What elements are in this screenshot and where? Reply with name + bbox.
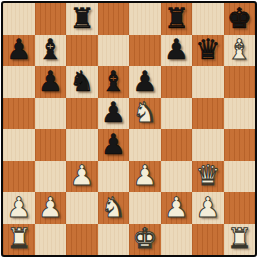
square-f8[interactable]: ♜ bbox=[161, 3, 193, 35]
square-f1[interactable] bbox=[161, 224, 193, 256]
square-b7[interactable]: ♝ bbox=[35, 35, 67, 67]
square-h7[interactable]: ♝ bbox=[224, 35, 256, 67]
chessboard: ♜♜♚♟♝♟♛♝♟♞♝♟♟♞♟♟♟♛♟♟♞♟♟♜♚♜ bbox=[3, 3, 255, 255]
square-c8[interactable]: ♜ bbox=[66, 3, 98, 35]
square-b3[interactable] bbox=[35, 161, 67, 193]
piece-black-bishop[interactable]: ♝ bbox=[35, 35, 67, 67]
square-c4[interactable] bbox=[66, 129, 98, 161]
square-d6[interactable]: ♝ bbox=[98, 66, 130, 98]
piece-white-pawn[interactable]: ♟ bbox=[3, 192, 35, 224]
piece-white-pawn[interactable]: ♟ bbox=[161, 192, 193, 224]
piece-white-pawn[interactable]: ♟ bbox=[66, 161, 98, 193]
square-c2[interactable] bbox=[66, 192, 98, 224]
square-e4[interactable] bbox=[129, 129, 161, 161]
piece-white-queen[interactable]: ♛ bbox=[192, 161, 224, 193]
square-h1[interactable]: ♜ bbox=[224, 224, 256, 256]
piece-black-king[interactable]: ♚ bbox=[224, 3, 256, 35]
square-e5[interactable]: ♞ bbox=[129, 98, 161, 130]
square-a8[interactable] bbox=[3, 3, 35, 35]
square-b6[interactable]: ♟ bbox=[35, 66, 67, 98]
piece-white-rook[interactable]: ♜ bbox=[224, 224, 256, 256]
square-b1[interactable] bbox=[35, 224, 67, 256]
square-g1[interactable] bbox=[192, 224, 224, 256]
piece-white-knight[interactable]: ♞ bbox=[98, 192, 130, 224]
square-e6[interactable]: ♟ bbox=[129, 66, 161, 98]
square-a3[interactable] bbox=[3, 161, 35, 193]
square-g4[interactable] bbox=[192, 129, 224, 161]
square-c1[interactable] bbox=[66, 224, 98, 256]
square-f6[interactable] bbox=[161, 66, 193, 98]
board-frame: ♜♜♚♟♝♟♛♝♟♞♝♟♟♞♟♟♟♛♟♟♞♟♟♜♚♜ bbox=[1, 1, 257, 257]
square-e3[interactable]: ♟ bbox=[129, 161, 161, 193]
square-c7[interactable] bbox=[66, 35, 98, 67]
square-c3[interactable]: ♟ bbox=[66, 161, 98, 193]
square-g5[interactable] bbox=[192, 98, 224, 130]
piece-black-pawn[interactable]: ♟ bbox=[129, 66, 161, 98]
square-a5[interactable] bbox=[3, 98, 35, 130]
square-b4[interactable] bbox=[35, 129, 67, 161]
square-e2[interactable] bbox=[129, 192, 161, 224]
piece-white-rook[interactable]: ♜ bbox=[3, 224, 35, 256]
square-g3[interactable]: ♛ bbox=[192, 161, 224, 193]
square-h5[interactable] bbox=[224, 98, 256, 130]
piece-black-pawn[interactable]: ♟ bbox=[98, 129, 130, 161]
square-d7[interactable] bbox=[98, 35, 130, 67]
square-e7[interactable] bbox=[129, 35, 161, 67]
square-g2[interactable]: ♟ bbox=[192, 192, 224, 224]
piece-black-queen[interactable]: ♛ bbox=[192, 35, 224, 67]
square-e8[interactable] bbox=[129, 3, 161, 35]
piece-white-king[interactable]: ♚ bbox=[129, 224, 161, 256]
square-f4[interactable] bbox=[161, 129, 193, 161]
square-a6[interactable] bbox=[3, 66, 35, 98]
piece-black-rook[interactable]: ♜ bbox=[66, 3, 98, 35]
piece-white-knight[interactable]: ♞ bbox=[129, 98, 161, 130]
square-b5[interactable] bbox=[35, 98, 67, 130]
square-d2[interactable]: ♞ bbox=[98, 192, 130, 224]
square-e1[interactable]: ♚ bbox=[129, 224, 161, 256]
piece-black-bishop[interactable]: ♝ bbox=[98, 66, 130, 98]
square-d3[interactable] bbox=[98, 161, 130, 193]
piece-black-pawn[interactable]: ♟ bbox=[161, 35, 193, 67]
square-a2[interactable]: ♟ bbox=[3, 192, 35, 224]
square-b8[interactable] bbox=[35, 3, 67, 35]
piece-white-bishop[interactable]: ♝ bbox=[224, 35, 256, 67]
piece-white-pawn[interactable]: ♟ bbox=[35, 192, 67, 224]
square-c6[interactable]: ♞ bbox=[66, 66, 98, 98]
square-f2[interactable]: ♟ bbox=[161, 192, 193, 224]
piece-black-pawn[interactable]: ♟ bbox=[35, 66, 67, 98]
square-h3[interactable] bbox=[224, 161, 256, 193]
piece-black-pawn[interactable]: ♟ bbox=[3, 35, 35, 67]
square-f3[interactable] bbox=[161, 161, 193, 193]
square-d1[interactable] bbox=[98, 224, 130, 256]
chess-app: ♜♜♚♟♝♟♛♝♟♞♝♟♟♞♟♟♟♛♟♟♞♟♟♜♚♜ bbox=[0, 0, 258, 258]
square-g8[interactable] bbox=[192, 3, 224, 35]
square-d5[interactable]: ♟ bbox=[98, 98, 130, 130]
piece-white-pawn[interactable]: ♟ bbox=[192, 192, 224, 224]
square-f5[interactable] bbox=[161, 98, 193, 130]
piece-black-rook[interactable]: ♜ bbox=[161, 3, 193, 35]
square-h4[interactable] bbox=[224, 129, 256, 161]
square-d4[interactable]: ♟ bbox=[98, 129, 130, 161]
square-a1[interactable]: ♜ bbox=[3, 224, 35, 256]
square-g7[interactable]: ♛ bbox=[192, 35, 224, 67]
piece-white-pawn[interactable]: ♟ bbox=[129, 161, 161, 193]
square-h8[interactable]: ♚ bbox=[224, 3, 256, 35]
square-g6[interactable] bbox=[192, 66, 224, 98]
piece-black-knight[interactable]: ♞ bbox=[66, 66, 98, 98]
square-h6[interactable] bbox=[224, 66, 256, 98]
square-a7[interactable]: ♟ bbox=[3, 35, 35, 67]
square-h2[interactable] bbox=[224, 192, 256, 224]
square-d8[interactable] bbox=[98, 3, 130, 35]
square-b2[interactable]: ♟ bbox=[35, 192, 67, 224]
square-f7[interactable]: ♟ bbox=[161, 35, 193, 67]
square-c5[interactable] bbox=[66, 98, 98, 130]
piece-black-pawn[interactable]: ♟ bbox=[98, 98, 130, 130]
square-a4[interactable] bbox=[3, 129, 35, 161]
